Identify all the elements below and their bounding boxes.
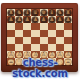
square-h8[interactable]: ♜: [64, 9, 72, 16]
square-g4[interactable]: [56, 37, 64, 44]
piece-black-knight[interactable]: ♞: [57, 10, 63, 16]
piece-black-pawn[interactable]: ♟: [32, 17, 38, 23]
square-g3[interactable]: [56, 44, 64, 51]
square-a1[interactable]: ♖: [7, 58, 15, 65]
square-h6[interactable]: [64, 23, 72, 30]
square-d1[interactable]: ♕: [31, 58, 39, 65]
square-h3[interactable]: [64, 44, 72, 51]
square-f3[interactable]: [48, 44, 56, 51]
piece-white-pawn[interactable]: ♙: [57, 52, 63, 58]
square-f7[interactable]: ♟: [48, 16, 56, 23]
piece-white-queen[interactable]: ♕: [32, 59, 38, 65]
square-g8[interactable]: ♞: [56, 9, 64, 16]
piece-black-bishop[interactable]: ♝: [49, 10, 55, 16]
square-h5[interactable]: [64, 30, 72, 37]
square-c8[interactable]: ♝: [23, 9, 31, 16]
piece-white-knight[interactable]: ♘: [16, 59, 22, 65]
square-b7[interactable]: ♟: [15, 16, 23, 23]
square-h1[interactable]: ♖: [64, 58, 72, 65]
square-h4[interactable]: [64, 37, 72, 44]
square-b4[interactable]: [15, 37, 23, 44]
piece-white-rook[interactable]: ♖: [65, 59, 71, 65]
piece-black-pawn[interactable]: ♟: [49, 17, 55, 23]
square-f2[interactable]: ♙: [48, 51, 56, 58]
piece-white-pawn[interactable]: ♙: [65, 52, 71, 58]
square-d4[interactable]: [31, 37, 39, 44]
piece-black-knight[interactable]: ♞: [16, 10, 22, 16]
square-c5[interactable]: [23, 30, 31, 37]
square-d5[interactable]: [31, 30, 39, 37]
piece-black-pawn[interactable]: ♟: [16, 17, 22, 23]
square-d3[interactable]: [31, 44, 39, 51]
square-d8[interactable]: ♛: [31, 9, 39, 16]
piece-black-bishop[interactable]: ♝: [24, 10, 30, 16]
piece-white-pawn[interactable]: ♙: [24, 52, 30, 58]
square-g1[interactable]: ♘: [56, 58, 64, 65]
piece-white-pawn[interactable]: ♙: [41, 52, 47, 58]
square-b2[interactable]: ♙: [15, 51, 23, 58]
piece-white-bishop[interactable]: ♗: [49, 59, 55, 65]
square-f5[interactable]: [48, 30, 56, 37]
square-e1[interactable]: ♔: [40, 58, 48, 65]
square-d6[interactable]: [31, 23, 39, 30]
square-e5[interactable]: [40, 30, 48, 37]
piece-black-rook[interactable]: ♜: [8, 10, 14, 16]
square-f4[interactable]: [48, 37, 56, 44]
square-a7[interactable]: ♟: [7, 16, 15, 23]
square-h2[interactable]: ♙: [64, 51, 72, 58]
square-a4[interactable]: [7, 37, 15, 44]
square-b5[interactable]: [15, 30, 23, 37]
square-c4[interactable]: [23, 37, 31, 44]
square-e4[interactable]: [40, 37, 48, 44]
square-g5[interactable]: [56, 30, 64, 37]
piece-white-pawn[interactable]: ♙: [49, 52, 55, 58]
square-f1[interactable]: ♗: [48, 58, 56, 65]
square-e2[interactable]: ♙: [40, 51, 48, 58]
square-c3[interactable]: [23, 44, 31, 51]
square-e6[interactable]: [40, 23, 48, 30]
square-a3[interactable]: [7, 44, 15, 51]
piece-black-queen[interactable]: ♛: [32, 10, 38, 16]
square-f8[interactable]: ♝: [48, 9, 56, 16]
square-b8[interactable]: ♞: [15, 9, 23, 16]
square-a8[interactable]: ♜: [7, 9, 15, 16]
piece-white-knight[interactable]: ♘: [57, 59, 63, 65]
piece-black-pawn[interactable]: ♟: [57, 17, 63, 23]
square-c6[interactable]: [23, 23, 31, 30]
piece-black-pawn[interactable]: ♟: [8, 17, 14, 23]
board-grid: ♜♞♝♛♚♝♞♜♟♟♟♟♟♟♟♟♙♙♙♙♙♙♙♙♖♘♗♕♔♗♘♖: [7, 9, 72, 65]
square-b6[interactable]: [15, 23, 23, 30]
square-g6[interactable]: [56, 23, 64, 30]
square-c7[interactable]: ♟: [23, 16, 31, 23]
piece-white-rook[interactable]: ♖: [8, 59, 14, 65]
square-a6[interactable]: [7, 23, 15, 30]
square-e8[interactable]: ♚: [40, 9, 48, 16]
piece-white-pawn[interactable]: ♙: [32, 52, 38, 58]
square-c1[interactable]: ♗: [23, 58, 31, 65]
square-g7[interactable]: ♟: [56, 16, 64, 23]
photo-background: ♜♞♝♛♚♝♞♜♟♟♟♟♟♟♟♟♙♙♙♙♙♙♙♙♖♘♗♕♔♗♘♖ chess-s…: [0, 0, 80, 80]
piece-white-pawn[interactable]: ♙: [8, 52, 14, 58]
square-e3[interactable]: [40, 44, 48, 51]
square-h7[interactable]: ♟: [64, 16, 72, 23]
piece-black-rook[interactable]: ♜: [65, 10, 71, 16]
piece-white-king[interactable]: ♔: [41, 59, 47, 65]
square-d7[interactable]: ♟: [31, 16, 39, 23]
piece-black-king[interactable]: ♚: [41, 10, 47, 16]
square-g2[interactable]: ♙: [56, 51, 64, 58]
piece-white-bishop[interactable]: ♗: [24, 59, 30, 65]
piece-white-pawn[interactable]: ♙: [16, 52, 22, 58]
piece-black-pawn[interactable]: ♟: [65, 17, 71, 23]
square-f6[interactable]: [48, 23, 56, 30]
square-a5[interactable]: [7, 30, 15, 37]
chessboard-frame: ♜♞♝♛♚♝♞♜♟♟♟♟♟♟♟♟♙♙♙♙♙♙♙♙♖♘♗♕♔♗♘♖: [1, 3, 78, 72]
piece-black-pawn[interactable]: ♟: [41, 17, 47, 23]
square-e7[interactable]: ♟: [40, 16, 48, 23]
square-b3[interactable]: [15, 44, 23, 51]
square-b1[interactable]: ♘: [15, 58, 23, 65]
square-a2[interactable]: ♙: [7, 51, 15, 58]
piece-black-pawn[interactable]: ♟: [24, 17, 30, 23]
square-c2[interactable]: ♙: [23, 51, 31, 58]
square-d2[interactable]: ♙: [31, 51, 39, 58]
